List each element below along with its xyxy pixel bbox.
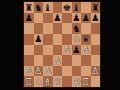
square-a3[interactable] (24, 55, 34, 66)
piece-black-rook: ♜ (91, 2, 100, 12)
piece-white-bishop: ♗ (43, 76, 52, 86)
piece-white-rook: ♖ (81, 76, 90, 86)
square-a4[interactable] (24, 45, 34, 56)
square-b8[interactable]: ♞ (34, 2, 44, 13)
piece-white-king: ♔ (72, 76, 81, 86)
square-a6[interactable] (24, 23, 34, 34)
square-c8[interactable]: ♝ (43, 2, 53, 13)
piece-black-king: ♚ (62, 2, 71, 12)
square-d1[interactable]: ♕ (53, 76, 63, 87)
square-b6[interactable] (34, 23, 44, 34)
square-d7[interactable]: ♟ (53, 13, 63, 24)
square-d8[interactable] (53, 2, 63, 13)
square-c6[interactable] (43, 23, 53, 34)
square-a2[interactable]: ♙ (24, 66, 34, 77)
square-a5[interactable] (24, 34, 34, 45)
square-e4[interactable]: ♙ (62, 45, 72, 56)
square-g3[interactable] (81, 55, 91, 66)
square-h6[interactable] (91, 23, 101, 34)
square-b4[interactable] (34, 45, 44, 56)
piece-white-queen: ♕ (53, 76, 62, 86)
square-f3[interactable] (72, 55, 82, 66)
square-h7[interactable]: ♟ (91, 13, 101, 24)
chess-board: ♜♞♝♚♝♜♟♟♟♟♟♞♟♘♛♙♟♙♙♙♙♙♙♖♘♗♕♔♖ (24, 2, 100, 87)
square-b3[interactable] (34, 55, 44, 66)
piece-white-pawn: ♙ (81, 45, 90, 55)
square-d4[interactable] (53, 45, 63, 56)
square-f2[interactable] (72, 66, 82, 77)
square-e2[interactable] (62, 66, 72, 77)
piece-black-pawn: ♟ (91, 13, 100, 23)
piece-black-pawn: ♟ (72, 45, 81, 55)
piece-white-pawn: ♙ (43, 66, 52, 76)
piece-black-bishop: ♝ (72, 2, 81, 12)
square-b5[interactable]: ♟ (34, 34, 44, 45)
piece-white-pawn: ♙ (24, 66, 33, 76)
square-b7[interactable] (34, 13, 44, 24)
piece-black-knight: ♞ (72, 23, 81, 33)
square-b1[interactable]: ♘ (34, 76, 44, 87)
square-b2[interactable]: ♙ (34, 66, 44, 77)
piece-black-bishop: ♝ (43, 2, 52, 12)
square-g1[interactable]: ♖ (81, 76, 91, 87)
square-c1[interactable]: ♗ (43, 76, 53, 87)
square-g5[interactable]: ♛ (81, 34, 91, 45)
piece-black-rook: ♜ (24, 2, 33, 12)
square-a8[interactable]: ♜ (24, 2, 34, 13)
piece-white-pawn: ♙ (91, 66, 100, 76)
square-e5[interactable] (62, 34, 72, 45)
square-d6[interactable] (53, 23, 63, 34)
square-e6[interactable] (62, 23, 72, 34)
piece-black-pawn: ♟ (53, 13, 62, 23)
square-a7[interactable]: ♟ (24, 13, 34, 24)
square-h8[interactable]: ♜ (91, 2, 101, 13)
square-c3[interactable] (43, 55, 53, 66)
square-f4[interactable]: ♟ (72, 45, 82, 56)
piece-black-pawn: ♟ (24, 13, 33, 23)
square-a1[interactable]: ♖ (24, 76, 34, 87)
square-c5[interactable] (43, 34, 53, 45)
chess-diagram: ♜♞♝♚♝♜♟♟♟♟♟♞♟♘♛♙♟♙♙♙♙♙♙♖♘♗♕♔♖ (0, 0, 120, 90)
square-e8[interactable]: ♚ (62, 2, 72, 13)
piece-white-pawn: ♙ (53, 55, 62, 65)
piece-black-pawn: ♟ (34, 34, 43, 44)
square-h3[interactable] (91, 55, 101, 66)
square-g8[interactable] (81, 2, 91, 13)
square-c2[interactable]: ♙ (43, 66, 53, 77)
square-g4[interactable]: ♙ (81, 45, 91, 56)
square-h5[interactable] (91, 34, 101, 45)
piece-white-knight: ♘ (72, 34, 81, 44)
piece-black-queen: ♛ (81, 34, 90, 44)
square-h4[interactable] (91, 45, 101, 56)
square-f8[interactable]: ♝ (72, 2, 82, 13)
square-d2[interactable] (53, 66, 63, 77)
square-e7[interactable] (62, 13, 72, 24)
square-f6[interactable]: ♞ (72, 23, 82, 34)
square-c7[interactable] (43, 13, 53, 24)
square-g2[interactable] (81, 66, 91, 77)
piece-black-knight: ♞ (34, 2, 43, 12)
piece-white-pawn: ♙ (34, 66, 43, 76)
piece-white-rook: ♖ (24, 76, 33, 86)
square-g6[interactable] (81, 23, 91, 34)
square-h2[interactable]: ♙ (91, 66, 101, 77)
piece-white-pawn: ♙ (62, 45, 71, 55)
square-h1[interactable] (91, 76, 101, 87)
piece-black-pawn: ♟ (72, 13, 81, 23)
piece-black-pawn: ♟ (81, 13, 90, 23)
square-c4[interactable] (43, 45, 53, 56)
square-g7[interactable]: ♟ (81, 13, 91, 24)
square-e1[interactable] (62, 76, 72, 87)
square-e3[interactable] (62, 55, 72, 66)
square-f7[interactable]: ♟ (72, 13, 82, 24)
square-f1[interactable]: ♔ (72, 76, 82, 87)
square-d5[interactable] (53, 34, 63, 45)
square-f5[interactable]: ♘ (72, 34, 82, 45)
square-d3[interactable]: ♙ (53, 55, 63, 66)
piece-white-knight: ♘ (34, 76, 43, 86)
